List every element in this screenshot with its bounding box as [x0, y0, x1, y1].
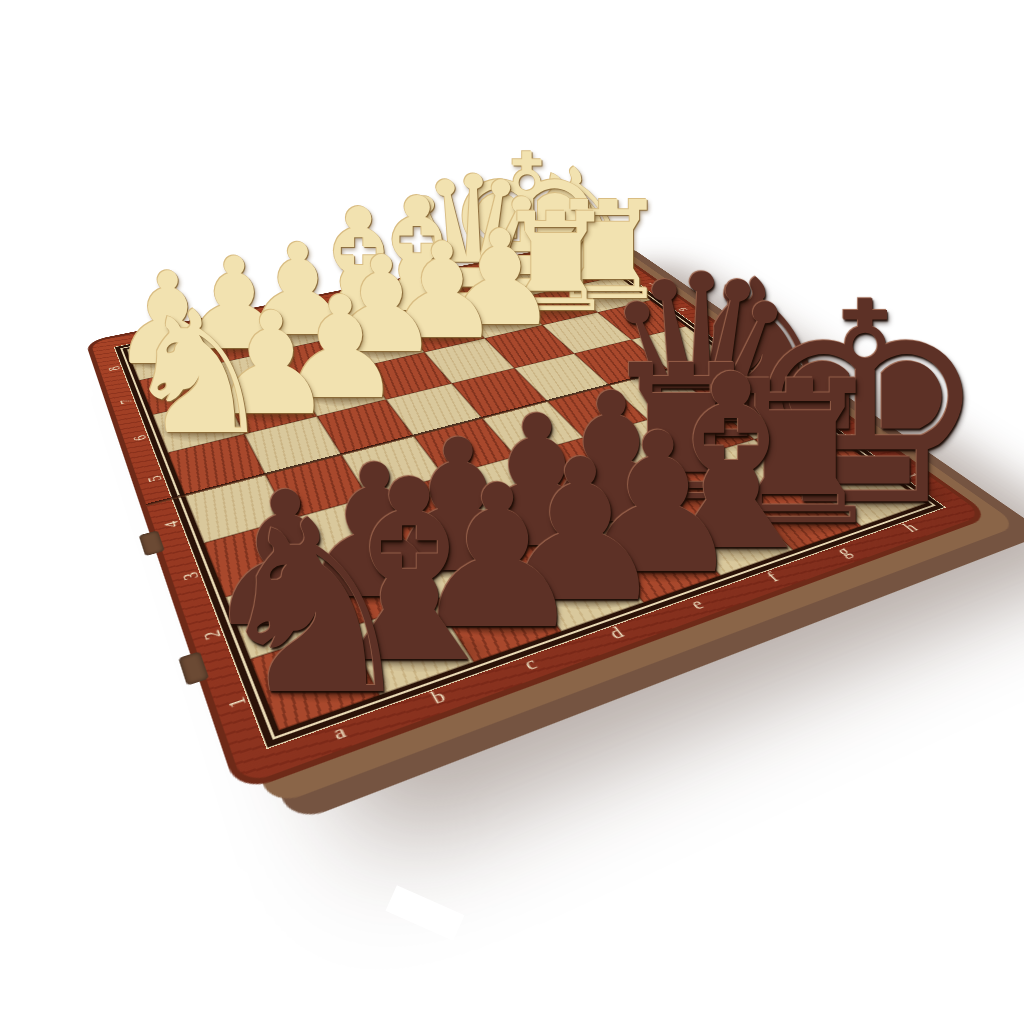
product-photo: 87654321 abcdefgh abcdefgh 87654321 ♟♟♟♝…: [0, 0, 1024, 1024]
board-frame: 87654321 abcdefgh abcdefgh 87654321: [90, 240, 983, 785]
chess-board-3d: 87654321 abcdefgh abcdefgh 87654321: [90, 240, 983, 785]
side-face-notch: [386, 885, 465, 941]
